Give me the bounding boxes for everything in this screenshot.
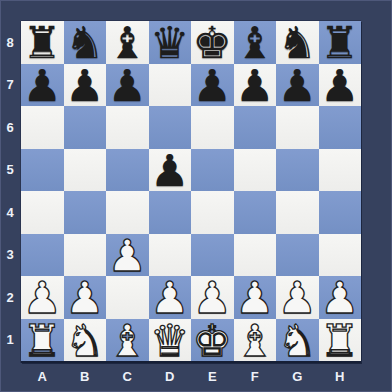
piece-black-pawn-a7[interactable]: ♟: [21, 64, 64, 107]
square-e1[interactable]: ♚: [191, 319, 234, 362]
square-a4[interactable]: [21, 191, 64, 234]
square-g2[interactable]: ♟: [276, 276, 319, 319]
file-label-f: F: [234, 363, 277, 390]
piece-black-pawn-b7[interactable]: ♟: [64, 64, 107, 107]
square-h8[interactable]: ♜: [319, 21, 362, 64]
piece-black-bishop-c8[interactable]: ♝: [106, 21, 149, 64]
piece-white-king-e1[interactable]: ♚: [191, 319, 234, 362]
piece-black-king-e8[interactable]: ♚: [191, 21, 234, 64]
square-b4[interactable]: [64, 191, 107, 234]
square-f1[interactable]: ♝: [234, 319, 277, 362]
square-g8[interactable]: ♞: [276, 21, 319, 64]
square-a7[interactable]: ♟: [21, 64, 64, 107]
piece-white-pawn-d2[interactable]: ♟: [149, 276, 192, 319]
square-g1[interactable]: ♞: [276, 319, 319, 362]
piece-black-pawn-d5[interactable]: ♟: [149, 149, 192, 192]
square-h7[interactable]: ♟: [319, 64, 362, 107]
file-label-c: C: [106, 363, 149, 390]
rank-label-4: 4: [0, 191, 20, 234]
square-b2[interactable]: ♟: [64, 276, 107, 319]
square-e4[interactable]: [191, 191, 234, 234]
piece-black-bishop-f8[interactable]: ♝: [234, 21, 277, 64]
rank-label-5: 5: [0, 149, 20, 192]
square-e7[interactable]: ♟: [191, 64, 234, 107]
file-label-d: D: [149, 363, 192, 390]
square-b5[interactable]: [64, 149, 107, 192]
file-label-e: E: [191, 363, 234, 390]
piece-white-pawn-f2[interactable]: ♟: [234, 276, 277, 319]
rank-labels: 87654321: [0, 21, 20, 361]
square-c3[interactable]: ♟: [106, 234, 149, 277]
square-g5[interactable]: [276, 149, 319, 192]
file-label-a: A: [21, 363, 64, 390]
file-label-g: G: [276, 363, 319, 390]
square-a8[interactable]: ♜: [21, 21, 64, 64]
piece-white-queen-d1[interactable]: ♛: [149, 319, 192, 362]
rank-label-7: 7: [0, 64, 20, 107]
square-f6[interactable]: [234, 106, 277, 149]
square-a5[interactable]: [21, 149, 64, 192]
square-e2[interactable]: ♟: [191, 276, 234, 319]
square-e8[interactable]: ♚: [191, 21, 234, 64]
square-d5[interactable]: ♟: [149, 149, 192, 192]
square-d6[interactable]: [149, 106, 192, 149]
square-g6[interactable]: [276, 106, 319, 149]
piece-white-bishop-c1[interactable]: ♝: [106, 319, 149, 362]
square-c1[interactable]: ♝: [106, 319, 149, 362]
piece-black-pawn-h7[interactable]: ♟: [319, 64, 362, 107]
rank-label-2: 2: [0, 276, 20, 319]
square-g4[interactable]: [276, 191, 319, 234]
square-c7[interactable]: ♟: [106, 64, 149, 107]
piece-black-rook-h8[interactable]: ♜: [319, 21, 362, 64]
square-h3[interactable]: [319, 234, 362, 277]
square-e6[interactable]: [191, 106, 234, 149]
square-f4[interactable]: [234, 191, 277, 234]
piece-white-bishop-f1[interactable]: ♝: [234, 319, 277, 362]
square-h4[interactable]: [319, 191, 362, 234]
square-f7[interactable]: ♟: [234, 64, 277, 107]
piece-white-pawn-h2[interactable]: ♟: [319, 276, 362, 319]
square-f5[interactable]: [234, 149, 277, 192]
piece-black-knight-b8[interactable]: ♞: [64, 21, 107, 64]
square-d7[interactable]: [149, 64, 192, 107]
chess-board[interactable]: ♜♞♝♛♚♝♞♜♟♟♟♟♟♟♟♟♟♟♟♟♟♟♟♟♜♞♝♛♚♝♞♜: [21, 21, 361, 363]
piece-white-pawn-c3[interactable]: ♟: [106, 234, 149, 277]
square-c4[interactable]: [106, 191, 149, 234]
chess-app-window: 87654321 ♜♞♝♛♚♝♞♜♟♟♟♟♟♟♟♟♟♟♟♟♟♟♟♟♜♞♝♛♚♝♞…: [0, 0, 392, 392]
square-e5[interactable]: [191, 149, 234, 192]
square-b3[interactable]: [64, 234, 107, 277]
square-h1[interactable]: ♜: [319, 319, 362, 362]
piece-white-knight-g1[interactable]: ♞: [276, 319, 319, 362]
square-h2[interactable]: ♟: [319, 276, 362, 319]
square-a3[interactable]: [21, 234, 64, 277]
square-b8[interactable]: ♞: [64, 21, 107, 64]
rank-label-3: 3: [0, 234, 20, 277]
square-h6[interactable]: [319, 106, 362, 149]
square-g7[interactable]: ♟: [276, 64, 319, 107]
square-f2[interactable]: ♟: [234, 276, 277, 319]
piece-white-pawn-g2[interactable]: ♟: [276, 276, 319, 319]
square-c6[interactable]: [106, 106, 149, 149]
piece-black-pawn-g7[interactable]: ♟: [276, 64, 319, 107]
piece-white-pawn-a2[interactable]: ♟: [21, 276, 64, 319]
piece-white-knight-b1[interactable]: ♞: [64, 319, 107, 362]
piece-black-knight-g8[interactable]: ♞: [276, 21, 319, 64]
square-b7[interactable]: ♟: [64, 64, 107, 107]
piece-black-queen-d8[interactable]: ♛: [149, 21, 192, 64]
square-c8[interactable]: ♝: [106, 21, 149, 64]
square-b6[interactable]: [64, 106, 107, 149]
square-c5[interactable]: [106, 149, 149, 192]
square-a2[interactable]: ♟: [21, 276, 64, 319]
file-label-b: B: [64, 363, 107, 390]
square-f3[interactable]: [234, 234, 277, 277]
square-b1[interactable]: ♞: [64, 319, 107, 362]
square-a6[interactable]: [21, 106, 64, 149]
piece-black-rook-a8[interactable]: ♜: [21, 21, 64, 64]
square-g3[interactable]: [276, 234, 319, 277]
square-d2[interactable]: ♟: [149, 276, 192, 319]
square-e3[interactable]: [191, 234, 234, 277]
square-d1[interactable]: ♛: [149, 319, 192, 362]
square-d3[interactable]: [149, 234, 192, 277]
rank-label-1: 1: [0, 319, 20, 362]
square-c2[interactable]: [106, 276, 149, 319]
square-a1[interactable]: ♜: [21, 319, 64, 362]
rank-label-6: 6: [0, 106, 20, 149]
rank-label-8: 8: [0, 21, 20, 64]
piece-white-pawn-e2[interactable]: ♟: [191, 276, 234, 319]
piece-white-rook-a1[interactable]: ♜: [21, 319, 64, 362]
piece-black-pawn-f7[interactable]: ♟: [234, 64, 277, 107]
square-h5[interactable]: [319, 149, 362, 192]
piece-black-pawn-e7[interactable]: ♟: [191, 64, 234, 107]
square-f8[interactable]: ♝: [234, 21, 277, 64]
piece-black-pawn-c7[interactable]: ♟: [106, 64, 149, 107]
square-d8[interactable]: ♛: [149, 21, 192, 64]
file-label-h: H: [319, 363, 362, 390]
file-labels: ABCDEFGH: [21, 363, 361, 390]
square-d4[interactable]: [149, 191, 192, 234]
piece-white-pawn-b2[interactable]: ♟: [64, 276, 107, 319]
piece-white-rook-h1[interactable]: ♜: [319, 319, 362, 362]
